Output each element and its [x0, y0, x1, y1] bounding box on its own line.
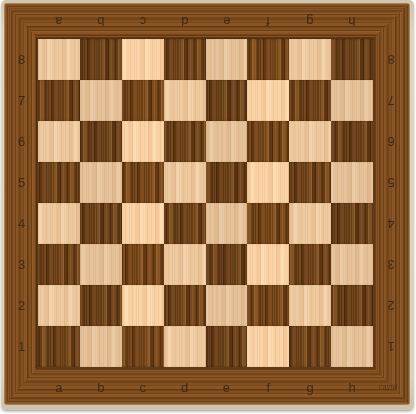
file-label-d: d: [164, 371, 206, 404]
square-g3: [289, 244, 331, 285]
square-b6: [80, 121, 122, 162]
rank-label-5: 5: [373, 162, 409, 203]
square-d8: [164, 39, 206, 80]
square-b2: [80, 285, 122, 326]
file-label-b: b: [80, 4, 122, 39]
square-f5: [247, 162, 289, 203]
rank-label-8: 8: [373, 39, 409, 80]
square-d3: [164, 244, 206, 285]
file-label-a: a: [38, 4, 80, 39]
square-e7: [206, 80, 248, 121]
square-h7: [331, 80, 373, 121]
square-g7: [289, 80, 331, 121]
file-label-h: h: [331, 4, 373, 39]
square-e4: [206, 203, 248, 244]
square-a1: [38, 326, 80, 367]
square-a4: [38, 203, 80, 244]
rank-label-6: 6: [5, 121, 38, 162]
file-label-c: c: [122, 4, 164, 39]
rank-labels-right: 87654321: [373, 39, 409, 367]
square-h3: [331, 244, 373, 285]
square-b5: [80, 162, 122, 203]
square-c4: [122, 203, 164, 244]
rank-label-7: 7: [5, 80, 38, 121]
file-label-a: a: [38, 371, 80, 404]
square-b3: [80, 244, 122, 285]
rank-label-1: 1: [5, 326, 38, 367]
square-f3: [247, 244, 289, 285]
square-f7: [247, 80, 289, 121]
file-label-f: f: [247, 4, 289, 39]
square-b1: [80, 326, 122, 367]
square-a2: [38, 285, 80, 326]
file-label-h: h: [331, 371, 373, 404]
square-d2: [164, 285, 206, 326]
file-label-e: e: [206, 4, 248, 39]
square-f2: [247, 285, 289, 326]
file-label-b: b: [80, 371, 122, 404]
file-label-g: g: [289, 371, 331, 404]
square-d6: [164, 121, 206, 162]
file-label-f: f: [247, 371, 289, 404]
rank-labels-left: 87654321: [5, 39, 38, 367]
square-h8: [331, 39, 373, 80]
rank-label-8: 8: [5, 39, 38, 80]
file-label-c: c: [122, 371, 164, 404]
square-c3: [122, 244, 164, 285]
square-e1: [206, 326, 248, 367]
square-a5: [38, 162, 80, 203]
rank-label-4: 4: [5, 203, 38, 244]
square-h6: [331, 121, 373, 162]
square-c6: [122, 121, 164, 162]
square-b7: [80, 80, 122, 121]
square-f8: [247, 39, 289, 80]
square-g6: [289, 121, 331, 162]
square-h2: [331, 285, 373, 326]
square-h4: [331, 203, 373, 244]
square-a3: [38, 244, 80, 285]
file-labels-top: abcdefgh: [38, 4, 373, 39]
rank-label-2: 2: [373, 285, 409, 326]
rank-label-3: 3: [5, 244, 38, 285]
square-g5: [289, 162, 331, 203]
square-g8: [289, 39, 331, 80]
square-a7: [38, 80, 80, 121]
file-label-d: d: [164, 4, 206, 39]
square-h1: [331, 326, 373, 367]
rank-label-2: 2: [5, 285, 38, 326]
square-e2: [206, 285, 248, 326]
file-label-e: e: [206, 371, 248, 404]
square-a8: [38, 39, 80, 80]
square-c8: [122, 39, 164, 80]
square-b4: [80, 203, 122, 244]
rank-label-1: 1: [373, 326, 409, 367]
square-h5: [331, 162, 373, 203]
square-f6: [247, 121, 289, 162]
rank-label-4: 4: [373, 203, 409, 244]
square-e6: [206, 121, 248, 162]
square-c7: [122, 80, 164, 121]
square-d7: [164, 80, 206, 121]
board-frame: abcdefgh abcdefgh 87654321 87654321: [5, 4, 409, 404]
square-g2: [289, 285, 331, 326]
rank-label-5: 5: [5, 162, 38, 203]
square-d5: [164, 162, 206, 203]
square-c2: [122, 285, 164, 326]
square-e3: [206, 244, 248, 285]
file-label-g: g: [289, 4, 331, 39]
chess-board-photo: abcdefgh abcdefgh 87654321 87654321 cayr…: [0, 0, 416, 414]
square-d4: [164, 203, 206, 244]
square-c5: [122, 162, 164, 203]
square-f4: [247, 203, 289, 244]
brand-logo: cayro: [370, 383, 406, 390]
square-g4: [289, 203, 331, 244]
file-labels-bottom: abcdefgh: [38, 367, 373, 404]
square-d1: [164, 326, 206, 367]
rank-label-7: 7: [373, 80, 409, 121]
square-f1: [247, 326, 289, 367]
square-b8: [80, 39, 122, 80]
square-c1: [122, 326, 164, 367]
rank-label-6: 6: [373, 121, 409, 162]
chess-board-grid: [38, 39, 373, 367]
square-g1: [289, 326, 331, 367]
square-e5: [206, 162, 248, 203]
rank-label-3: 3: [373, 244, 409, 285]
square-e8: [206, 39, 248, 80]
square-a6: [38, 121, 80, 162]
